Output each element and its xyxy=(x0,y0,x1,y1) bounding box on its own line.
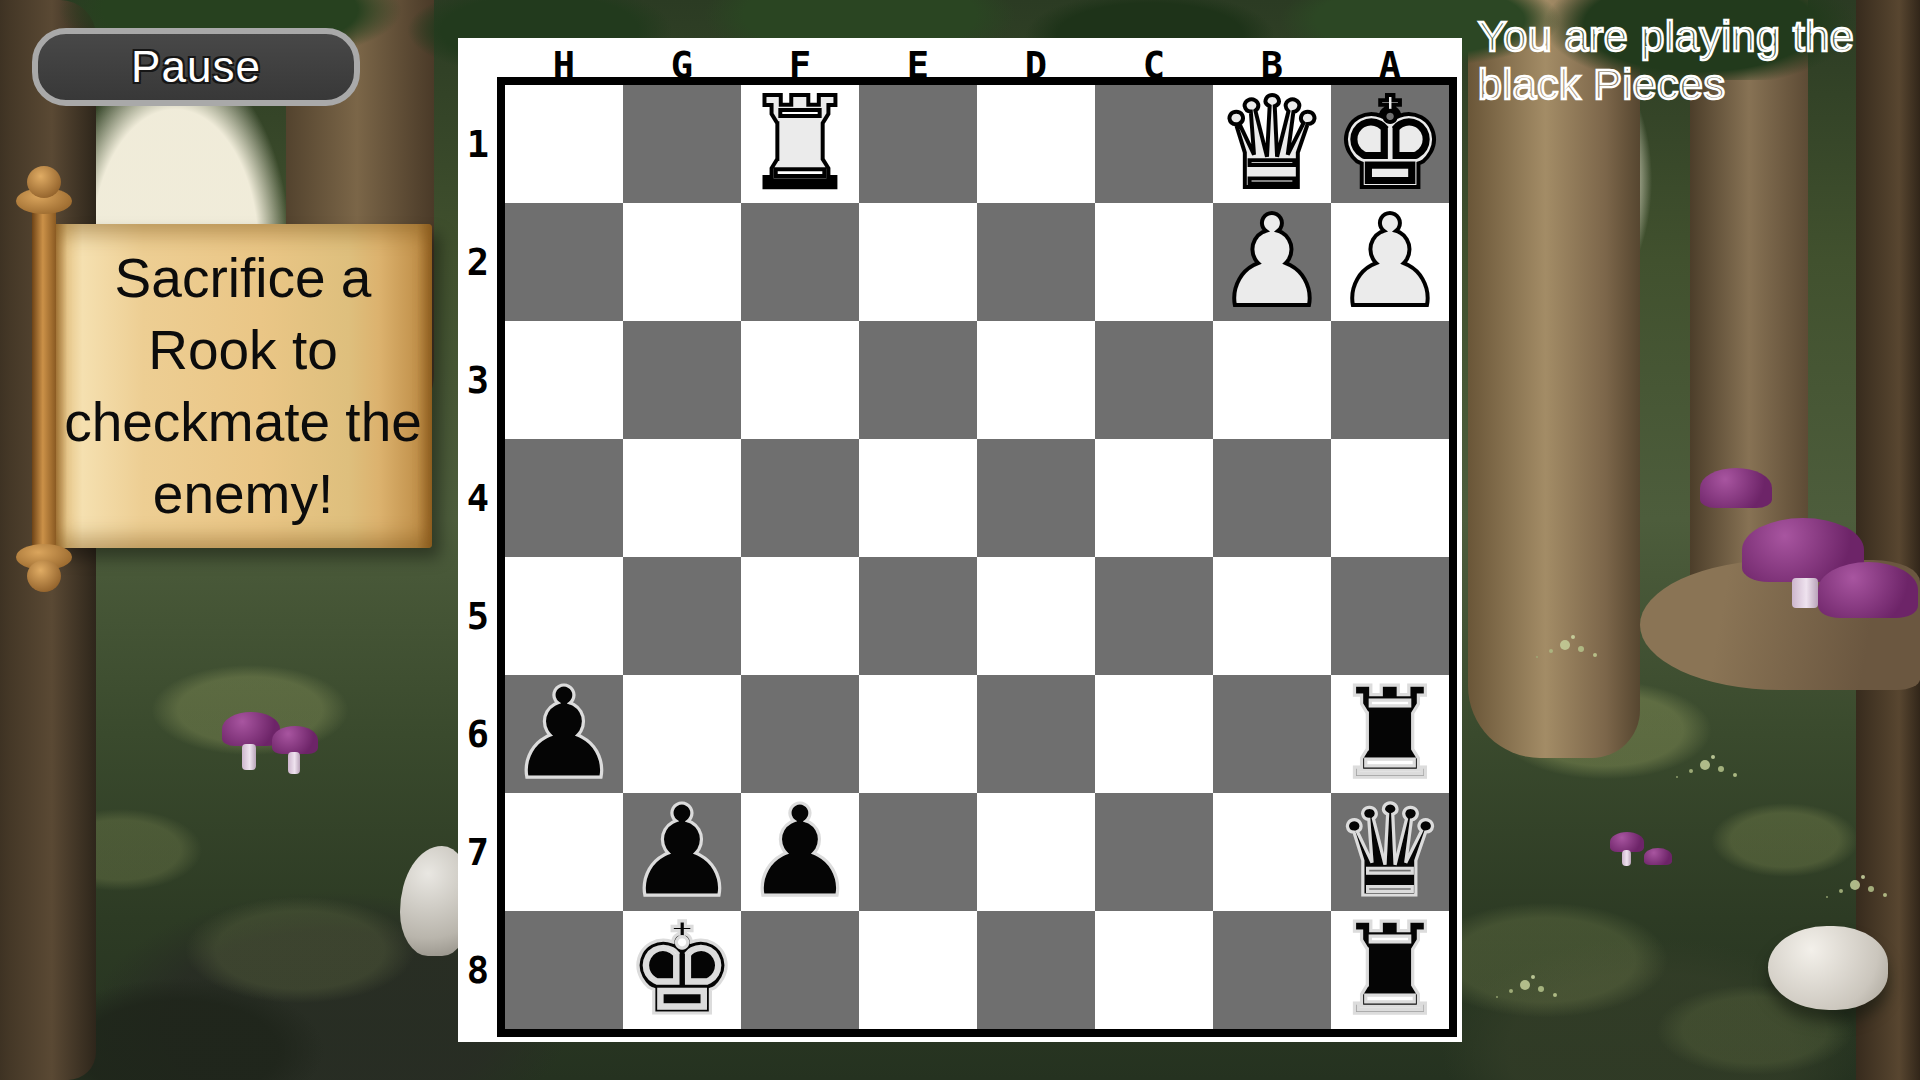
grass-tuft xyxy=(1520,980,1530,990)
piece-white-rook-f1[interactable]: ♜ xyxy=(744,85,857,203)
square-a7[interactable]: ♛ xyxy=(1331,793,1449,911)
square-f3[interactable] xyxy=(741,321,859,439)
square-b8[interactable] xyxy=(1213,911,1331,1029)
grass-tuft xyxy=(1850,880,1860,890)
mushroom-stem xyxy=(288,752,300,774)
square-b6[interactable] xyxy=(1213,675,1331,793)
square-b1[interactable]: ♛ xyxy=(1213,85,1331,203)
side-note-line2: black Pieces xyxy=(1478,60,1920,108)
square-b2[interactable]: ♟ xyxy=(1213,203,1331,321)
square-e6[interactable] xyxy=(859,675,977,793)
piece-white-queen-b1[interactable]: ♛ xyxy=(1216,85,1329,203)
square-d2[interactable] xyxy=(977,203,1095,321)
mushroom-cap xyxy=(272,726,318,754)
rank-label-4: 4 xyxy=(458,439,498,557)
square-f1[interactable]: ♜ xyxy=(741,85,859,203)
rank-label-3: 3 xyxy=(458,321,498,439)
square-d4[interactable] xyxy=(977,439,1095,557)
objective-text: Sacrifice a Rook to checkmate the enemy! xyxy=(60,228,426,544)
board-panel: HGFEDCBA 12345678 ♜♛♚♟♟♟♜♟♟♛♚♜ xyxy=(458,38,1462,1042)
square-a2[interactable]: ♟ xyxy=(1331,203,1449,321)
square-f6[interactable] xyxy=(741,675,859,793)
square-g8[interactable]: ♚ xyxy=(623,911,741,1029)
square-g4[interactable] xyxy=(623,439,741,557)
rank-label-1: 1 xyxy=(458,85,498,203)
square-d7[interactable] xyxy=(977,793,1095,911)
piece-black-rook-a6[interactable]: ♜ xyxy=(1334,675,1447,793)
scroll-pole-knob-top xyxy=(27,166,61,198)
square-a5[interactable] xyxy=(1331,557,1449,675)
square-b4[interactable] xyxy=(1213,439,1331,557)
pause-button[interactable]: Pause xyxy=(32,28,360,106)
grass-tuft xyxy=(1560,640,1570,650)
tree-trunk-right-3 xyxy=(1856,0,1920,1080)
square-c8[interactable] xyxy=(1095,911,1213,1029)
white-rock xyxy=(1768,926,1888,1010)
game-screen: Pause Sacrifice a Rook to checkmate the … xyxy=(0,0,1920,1080)
square-d3[interactable] xyxy=(977,321,1095,439)
square-a4[interactable] xyxy=(1331,439,1449,557)
square-f8[interactable] xyxy=(741,911,859,1029)
piece-black-king-g8[interactable]: ♚ xyxy=(626,911,739,1029)
square-g5[interactable] xyxy=(623,557,741,675)
square-a6[interactable]: ♜ xyxy=(1331,675,1449,793)
square-g7[interactable]: ♟ xyxy=(623,793,741,911)
square-d1[interactable] xyxy=(977,85,1095,203)
piece-black-pawn-g7[interactable]: ♟ xyxy=(626,793,739,911)
mushroom-cap xyxy=(1700,468,1772,508)
mushroom-stem xyxy=(1622,850,1631,866)
square-c5[interactable] xyxy=(1095,557,1213,675)
piece-black-pawn-h6[interactable]: ♟ xyxy=(508,675,621,793)
mushroom-cap xyxy=(1610,832,1644,852)
square-h6[interactable]: ♟ xyxy=(505,675,623,793)
square-h7[interactable] xyxy=(505,793,623,911)
piece-black-pawn-f7[interactable]: ♟ xyxy=(744,793,857,911)
mushroom-stem xyxy=(242,744,256,770)
square-h2[interactable] xyxy=(505,203,623,321)
square-f5[interactable] xyxy=(741,557,859,675)
square-h5[interactable] xyxy=(505,557,623,675)
scroll-pole xyxy=(32,196,56,552)
square-c7[interactable] xyxy=(1095,793,1213,911)
pause-button-label: Pause xyxy=(131,42,261,92)
rank-label-2: 2 xyxy=(458,203,498,321)
square-a3[interactable] xyxy=(1331,321,1449,439)
square-h8[interactable] xyxy=(505,911,623,1029)
rank-labels: 12345678 xyxy=(458,85,498,1029)
square-d6[interactable] xyxy=(977,675,1095,793)
square-e2[interactable] xyxy=(859,203,977,321)
piece-white-king-a1[interactable]: ♚ xyxy=(1334,85,1447,203)
square-f7[interactable]: ♟ xyxy=(741,793,859,911)
square-e5[interactable] xyxy=(859,557,977,675)
rank-label-8: 8 xyxy=(458,911,498,1029)
square-a1[interactable]: ♚ xyxy=(1331,85,1449,203)
square-d8[interactable] xyxy=(977,911,1095,1029)
square-g3[interactable] xyxy=(623,321,741,439)
square-c2[interactable] xyxy=(1095,203,1213,321)
square-e8[interactable] xyxy=(859,911,977,1029)
side-note-line1: You are playing the xyxy=(1478,12,1920,60)
objective-scroll: Sacrifice a Rook to checkmate the enemy! xyxy=(8,172,434,574)
square-e1[interactable] xyxy=(859,85,977,203)
square-f4[interactable] xyxy=(741,439,859,557)
grass-tuft xyxy=(1700,760,1710,770)
square-h3[interactable] xyxy=(505,321,623,439)
square-g1[interactable] xyxy=(623,85,741,203)
side-note: You are playing the black Pieces xyxy=(1478,12,1920,108)
square-g6[interactable] xyxy=(623,675,741,793)
square-h1[interactable] xyxy=(505,85,623,203)
piece-black-rook-a8[interactable]: ♜ xyxy=(1334,911,1447,1029)
square-d5[interactable] xyxy=(977,557,1095,675)
square-c4[interactable] xyxy=(1095,439,1213,557)
mushroom-cap xyxy=(1818,562,1918,618)
piece-white-pawn-b2[interactable]: ♟ xyxy=(1216,203,1329,321)
board-grid: ♜♛♚♟♟♟♜♟♟♛♚♜ xyxy=(497,77,1457,1037)
rank-label-7: 7 xyxy=(458,793,498,911)
rank-label-5: 5 xyxy=(458,557,498,675)
piece-white-pawn-a2[interactable]: ♟ xyxy=(1334,203,1447,321)
square-b7[interactable] xyxy=(1213,793,1331,911)
square-a8[interactable]: ♜ xyxy=(1331,911,1449,1029)
square-c6[interactable] xyxy=(1095,675,1213,793)
tree-trunk-right xyxy=(1468,0,1640,758)
scroll-pole-knob-bottom xyxy=(27,560,61,592)
square-g2[interactable] xyxy=(623,203,741,321)
piece-black-queen-a7[interactable]: ♛ xyxy=(1334,793,1447,911)
mushroom-stem xyxy=(1792,578,1818,608)
square-b3[interactable] xyxy=(1213,321,1331,439)
square-c1[interactable] xyxy=(1095,85,1213,203)
square-c3[interactable] xyxy=(1095,321,1213,439)
square-h4[interactable] xyxy=(505,439,623,557)
square-b5[interactable] xyxy=(1213,557,1331,675)
square-e7[interactable] xyxy=(859,793,977,911)
square-f2[interactable] xyxy=(741,203,859,321)
rank-label-6: 6 xyxy=(458,675,498,793)
square-e3[interactable] xyxy=(859,321,977,439)
square-e4[interactable] xyxy=(859,439,977,557)
mushroom-cap xyxy=(1644,848,1672,865)
